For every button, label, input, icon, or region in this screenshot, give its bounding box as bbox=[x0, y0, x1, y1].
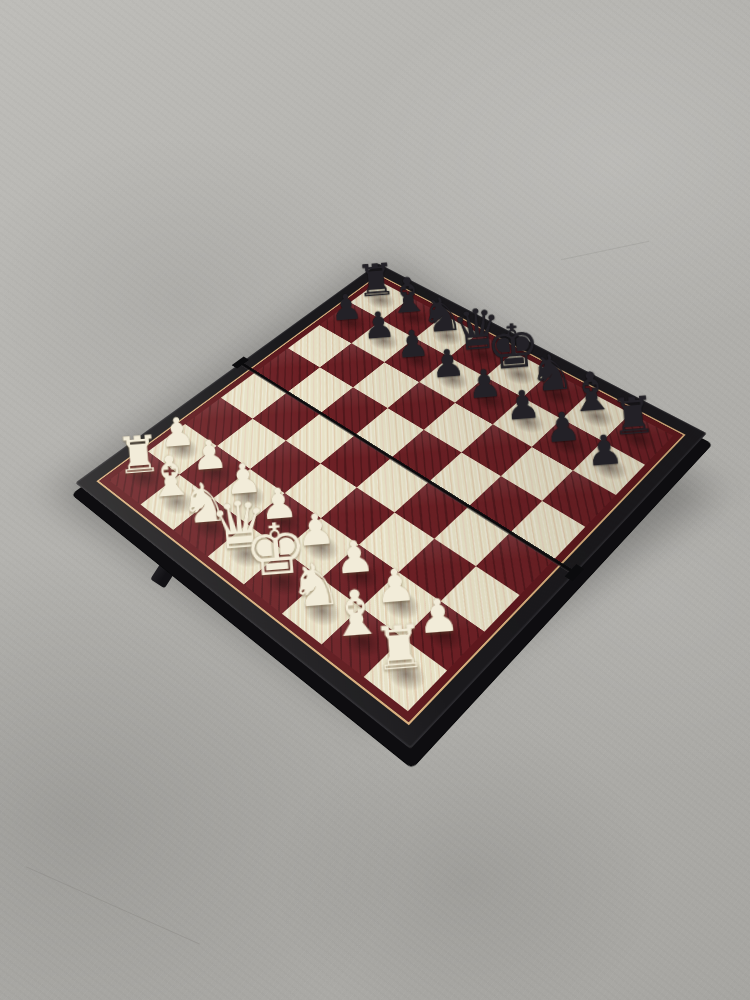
square-c5 bbox=[320, 387, 388, 435]
piece-shadow bbox=[496, 360, 540, 389]
floor-scratch bbox=[26, 866, 200, 944]
piece-black-rook-a8: ♜ bbox=[355, 258, 397, 304]
piece-shadow bbox=[396, 346, 438, 374]
piece-shadow bbox=[393, 305, 434, 331]
square-c8: ♞ bbox=[415, 315, 478, 357]
hinge-left-end bbox=[232, 357, 250, 369]
piece-black-bishop-b8: ♝ bbox=[385, 271, 431, 322]
chess-board: ♜♝♞♛♚♞♝♜♟♟♟♟♟♟♟♟♟♟♟♟♟♟♟♟♜♝♞♛♚♞♝♜ bbox=[75, 263, 707, 749]
board-margin: ♜♝♞♛♚♞♝♜♟♟♟♟♟♟♟♟♟♟♟♟♟♟♟♟♜♝♞♛♚♞♝♜ bbox=[99, 276, 683, 722]
square-b5 bbox=[287, 367, 353, 413]
square-d6 bbox=[388, 382, 456, 430]
piece-shadow bbox=[330, 309, 371, 335]
piece-black-knight-f8: ♞ bbox=[527, 346, 576, 399]
piece-black-pawn-e7: ♟ bbox=[466, 363, 503, 404]
piece-black-pawn-c7: ♟ bbox=[395, 324, 431, 363]
piece-black-king-e8: ♚ bbox=[484, 315, 542, 379]
square-b4 bbox=[253, 393, 321, 441]
chess-set-scene: ♜♝♞♛♚♞♝♜♟♟♟♟♟♟♟♟♟♟♟♟♟♟♟♟♜♝♞♛♚♞♝♜ bbox=[15, 82, 750, 835]
square-c4 bbox=[286, 413, 355, 463]
square-e8: ♚ bbox=[485, 352, 551, 397]
piece-black-pawn-b7: ♟ bbox=[361, 306, 396, 345]
piece-shadow bbox=[362, 327, 404, 354]
piece-black-knight-c8: ♞ bbox=[419, 290, 465, 340]
square-c7: ♟ bbox=[385, 338, 450, 382]
piece-shadow bbox=[430, 365, 473, 394]
piece-black-pawn-d7: ♟ bbox=[429, 343, 466, 383]
piece-black-pawn-h7: ♟ bbox=[585, 428, 625, 472]
board-pinstripe: ♜♝♞♛♚♞♝♜♟♟♟♟♟♟♟♟♟♟♟♟♟♟♟♟♜♝♞♛♚♞♝♜ bbox=[96, 274, 685, 725]
piece-black-queen-d8: ♛ bbox=[450, 300, 504, 359]
square-e6 bbox=[424, 403, 493, 453]
square-d5 bbox=[355, 408, 424, 458]
square-a4 bbox=[221, 372, 287, 418]
square-a8: ♜ bbox=[350, 281, 411, 320]
piece-shadow bbox=[467, 385, 512, 415]
piece-shadow bbox=[426, 322, 468, 349]
square-c6 bbox=[353, 362, 419, 408]
piece-black-pawn-a7: ♟ bbox=[329, 288, 363, 326]
piece-black-pawn-g7: ♟ bbox=[543, 406, 582, 449]
square-b6 bbox=[320, 343, 385, 387]
piece-black-pawn-f7: ♟ bbox=[504, 384, 542, 426]
photo-canvas: { "game": "chess", "scene": "overhead ob… bbox=[0, 0, 750, 1000]
square-d7: ♟ bbox=[419, 357, 485, 403]
square-d8: ♛ bbox=[449, 333, 514, 377]
piece-shadow bbox=[460, 341, 503, 369]
square-b8: ♝ bbox=[382, 298, 444, 339]
square-a7: ♟ bbox=[320, 302, 382, 343]
square-b7: ♟ bbox=[351, 320, 414, 362]
square-a5 bbox=[255, 348, 320, 392]
piece-shadow bbox=[361, 288, 401, 313]
piece-white-rook-h1: ♜ bbox=[370, 617, 428, 680]
square-a6 bbox=[288, 325, 351, 367]
square-e7: ♟ bbox=[455, 377, 523, 424]
board-grid: ♜♝♞♛♚♞♝♜♟♟♟♟♟♟♟♟♟♟♟♟♟♟♟♟♜♝♞♛♚♞♝♜ bbox=[109, 281, 673, 711]
